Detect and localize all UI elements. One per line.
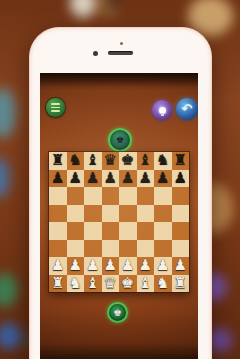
piece-black-pawn[interactable]: ♟ (156, 171, 169, 186)
square-f5[interactable] (137, 205, 155, 223)
piece-black-pawn[interactable]: ♟ (174, 171, 187, 186)
square-e6[interactable] (119, 187, 137, 205)
piece-black-bishop[interactable]: ♝ (86, 153, 99, 168)
undo-button[interactable]: ↶ (176, 98, 198, 120)
square-f3[interactable] (137, 240, 155, 258)
square-h3[interactable] (172, 240, 190, 258)
square-d4[interactable] (102, 222, 120, 240)
square-g3[interactable] (154, 240, 172, 258)
white-piece-icon: ♚ (113, 308, 122, 318)
earpiece-speaker (108, 51, 133, 55)
blurred-chess-piece (0, 158, 10, 198)
square-b2[interactable]: ♟ (67, 257, 85, 275)
undo-arrow-icon: ↶ (182, 102, 193, 115)
square-b8[interactable]: ♞ (67, 152, 85, 170)
square-d1[interactable]: ♛ (102, 275, 120, 293)
piece-black-pawn[interactable]: ♟ (86, 171, 99, 186)
square-f4[interactable] (137, 222, 155, 240)
square-a2[interactable]: ♟ (49, 257, 67, 275)
square-h4[interactable] (172, 222, 190, 240)
blurred-chess-piece (70, 0, 96, 18)
piece-black-knight[interactable]: ♞ (156, 153, 169, 168)
piece-black-pawn[interactable]: ♟ (121, 171, 134, 186)
square-e5[interactable] (119, 205, 137, 223)
square-f7[interactable]: ♟ (137, 170, 155, 188)
square-g1[interactable]: ♞ (154, 275, 172, 293)
square-e8[interactable]: ♚ (119, 152, 137, 170)
square-a4[interactable] (49, 222, 67, 240)
square-b4[interactable] (67, 222, 85, 240)
square-a3[interactable] (49, 240, 67, 258)
piece-black-pawn[interactable]: ♟ (51, 171, 64, 186)
lightbulb-icon (159, 107, 166, 114)
piece-white-pawn[interactable]: ♟ (104, 258, 117, 273)
square-c3[interactable] (84, 240, 102, 258)
square-a1[interactable]: ♜ (49, 275, 67, 293)
square-h6[interactable] (172, 187, 190, 205)
square-h7[interactable]: ♟ (172, 170, 190, 188)
square-b6[interactable] (67, 187, 85, 205)
piece-white-pawn[interactable]: ♟ (121, 258, 134, 273)
piece-white-bishop[interactable]: ♝ (86, 276, 99, 291)
piece-black-queen[interactable]: ♛ (104, 153, 117, 168)
piece-black-pawn[interactable]: ♟ (69, 171, 82, 186)
piece-black-bishop[interactable]: ♝ (139, 153, 152, 168)
piece-white-pawn[interactable]: ♟ (174, 258, 187, 273)
piece-white-pawn[interactable]: ♟ (69, 258, 82, 273)
white-player-turn-indicator[interactable]: ♚ (107, 302, 128, 323)
piece-white-pawn[interactable]: ♟ (51, 258, 64, 273)
square-d7[interactable]: ♟ (102, 170, 120, 188)
piece-white-knight[interactable]: ♞ (156, 276, 169, 291)
square-e3[interactable] (119, 240, 137, 258)
square-e1[interactable]: ♚ (119, 275, 137, 293)
piece-white-king[interactable]: ♚ (121, 276, 134, 291)
square-e4[interactable] (119, 222, 137, 240)
square-h1[interactable]: ♜ (172, 275, 190, 293)
square-a6[interactable] (49, 187, 67, 205)
square-b5[interactable] (67, 205, 85, 223)
piece-white-rook[interactable]: ♜ (174, 276, 187, 291)
piece-black-rook[interactable]: ♜ (174, 153, 187, 168)
square-f6[interactable] (137, 187, 155, 205)
square-h5[interactable] (172, 205, 190, 223)
square-c2[interactable]: ♟ (84, 257, 102, 275)
piece-black-king[interactable]: ♚ (121, 153, 134, 168)
square-a8[interactable]: ♜ (49, 152, 67, 170)
square-g2[interactable]: ♟ (154, 257, 172, 275)
square-g6[interactable] (154, 187, 172, 205)
square-e2[interactable]: ♟ (119, 257, 137, 275)
square-g4[interactable] (154, 222, 172, 240)
piece-black-knight[interactable]: ♞ (69, 153, 82, 168)
piece-white-knight[interactable]: ♞ (69, 276, 82, 291)
piece-black-pawn[interactable]: ♟ (104, 171, 117, 186)
square-g8[interactable]: ♞ (154, 152, 172, 170)
square-d6[interactable] (102, 187, 120, 205)
blurred-chess-piece (0, 88, 16, 138)
piece-white-pawn[interactable]: ♟ (156, 258, 169, 273)
chess-board: ♜♞♝♛♚♝♞♜♟♟♟♟♟♟♟♟♟♟♟♟♟♟♟♟♜♞♝♛♚♝♞♜ (49, 152, 189, 292)
square-a7[interactable]: ♟ (49, 170, 67, 188)
piece-white-pawn[interactable]: ♟ (139, 258, 152, 273)
square-g5[interactable] (154, 205, 172, 223)
screen-bottom-shadow (40, 343, 198, 359)
square-h2[interactable]: ♟ (172, 257, 190, 275)
square-c7[interactable]: ♟ (84, 170, 102, 188)
square-c8[interactable]: ♝ (84, 152, 102, 170)
square-d8[interactable]: ♛ (102, 152, 120, 170)
square-c5[interactable] (84, 205, 102, 223)
square-f1[interactable]: ♝ (137, 275, 155, 293)
square-g7[interactable]: ♟ (154, 170, 172, 188)
menu-button[interactable] (46, 98, 65, 117)
square-h8[interactable]: ♜ (172, 152, 190, 170)
square-b1[interactable]: ♞ (67, 275, 85, 293)
square-a5[interactable] (49, 205, 67, 223)
square-f8[interactable]: ♝ (137, 152, 155, 170)
hamburger-menu-icon (51, 103, 60, 112)
square-c1[interactable]: ♝ (84, 275, 102, 293)
black-player-turn-indicator[interactable]: ♚ (108, 128, 132, 152)
square-d5[interactable] (102, 205, 120, 223)
front-camera (93, 51, 98, 56)
square-f2[interactable]: ♟ (137, 257, 155, 275)
hint-button[interactable] (152, 100, 172, 120)
piece-white-pawn[interactable]: ♟ (86, 258, 99, 273)
square-c4[interactable] (84, 222, 102, 240)
screen-top-shadow (40, 73, 198, 87)
blurred-chess-piece (0, 323, 22, 349)
app-screen: ↶ ♚ ♜♞♝♛♚♝♞♜♟♟♟♟♟♟♟♟♟♟♟♟♟♟♟♟♜♞♝♛♚♝♞♜ ♚ (40, 73, 198, 359)
piece-black-pawn[interactable]: ♟ (139, 171, 152, 186)
square-e7[interactable]: ♟ (119, 170, 137, 188)
piece-black-rook[interactable]: ♜ (51, 153, 64, 168)
proximity-sensor-dot (120, 42, 123, 45)
piece-white-bishop[interactable]: ♝ (139, 276, 152, 291)
blurred-chess-piece (0, 273, 18, 307)
black-piece-icon: ♚ (116, 135, 125, 145)
piece-white-rook[interactable]: ♜ (51, 276, 64, 291)
square-b7[interactable]: ♟ (67, 170, 85, 188)
square-d2[interactable]: ♟ (102, 257, 120, 275)
square-b3[interactable] (67, 240, 85, 258)
square-d3[interactable] (102, 240, 120, 258)
piece-white-queen[interactable]: ♛ (104, 276, 117, 291)
square-c6[interactable] (84, 187, 102, 205)
